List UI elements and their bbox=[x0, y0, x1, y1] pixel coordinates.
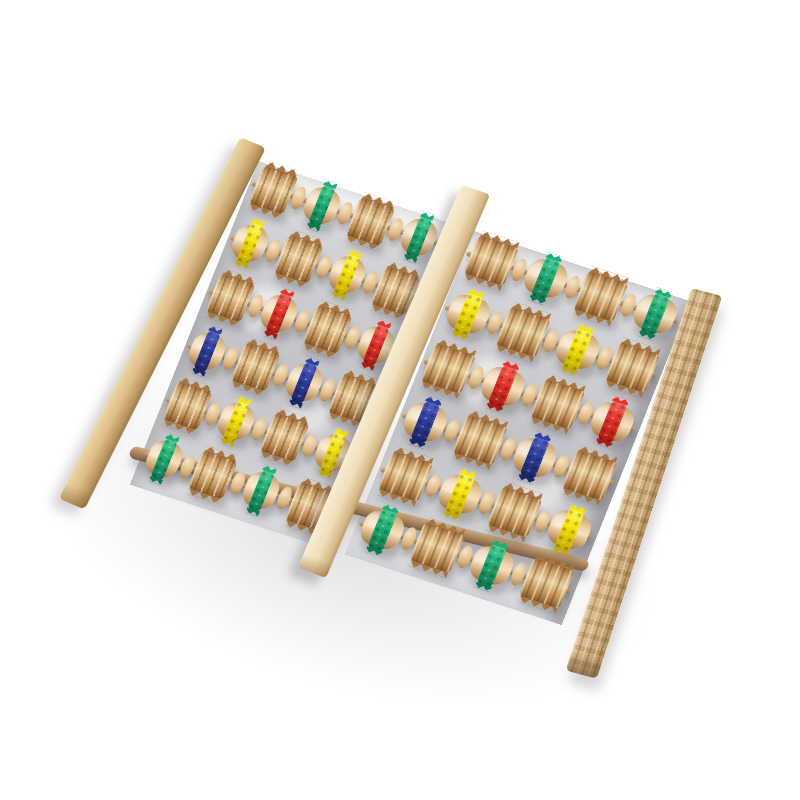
gear-teeth bbox=[589, 266, 629, 284]
ring-spikes bbox=[262, 465, 277, 475]
ring-spikes bbox=[246, 507, 261, 517]
yellow-spiky-ring bbox=[236, 222, 264, 264]
ridged-wood-roller bbox=[561, 449, 618, 501]
ridged-wood-roller bbox=[259, 412, 309, 462]
wood-barrel-roller bbox=[466, 543, 517, 589]
ring-spikes bbox=[280, 288, 295, 298]
red-spiky-ring bbox=[597, 400, 627, 443]
ring-spikes bbox=[491, 539, 508, 549]
ring-spikes bbox=[546, 252, 563, 262]
ridged-wood-roller bbox=[518, 557, 575, 609]
wood-barrel-roller bbox=[544, 507, 595, 553]
ring-spikes bbox=[149, 475, 164, 485]
ring-spikes bbox=[382, 504, 399, 514]
green-spiky-ring bbox=[405, 216, 433, 258]
ring-spikes bbox=[334, 427, 349, 437]
ring-spikes bbox=[451, 330, 468, 340]
ring-spikes bbox=[638, 330, 655, 340]
ring-spikes bbox=[305, 357, 320, 367]
ridged-wood-roller bbox=[377, 450, 434, 502]
product-photo-stage bbox=[0, 0, 800, 800]
wood-barrel-roller bbox=[552, 327, 603, 373]
ridged-wood-roller bbox=[248, 165, 298, 215]
yellow-spiky-ring bbox=[562, 328, 592, 371]
ridged-wood-roller bbox=[529, 378, 586, 430]
red-spiky-ring bbox=[265, 292, 293, 334]
blue-spiky-ring bbox=[290, 362, 318, 404]
yellow-spiky-ring bbox=[453, 293, 483, 336]
ring-spikes bbox=[655, 288, 672, 298]
wood-barrel-roller bbox=[630, 291, 681, 337]
ridged-wood-roller bbox=[463, 235, 520, 287]
ring-spikes bbox=[331, 291, 346, 301]
yellow-spiky-ring bbox=[445, 473, 475, 516]
green-spiky-ring bbox=[150, 438, 178, 480]
ring-spikes bbox=[569, 504, 586, 514]
ridged-wood-roller bbox=[302, 304, 352, 354]
ring-spikes bbox=[443, 510, 460, 520]
ring-spikes bbox=[237, 396, 252, 406]
blue-spiky-ring bbox=[519, 436, 549, 479]
ridged-wood-roller bbox=[162, 380, 212, 430]
wood-barrel-roller bbox=[400, 399, 451, 445]
yellow-spiky-ring bbox=[554, 508, 584, 551]
ridged-wood-roller bbox=[451, 414, 508, 466]
gear-teeth bbox=[362, 192, 395, 208]
wood-barrel-roller bbox=[357, 507, 408, 553]
ring-spikes bbox=[577, 323, 594, 333]
wood-barrel-roller bbox=[587, 399, 638, 445]
ring-spikes bbox=[596, 438, 613, 448]
ring-spikes bbox=[348, 249, 363, 259]
yellow-spiky-ring bbox=[222, 400, 250, 442]
ridged-wood-roller bbox=[572, 270, 629, 322]
yellow-spiky-ring bbox=[333, 254, 361, 296]
ridged-wood-roller bbox=[205, 273, 255, 323]
ring-spikes bbox=[234, 259, 249, 269]
ring-spikes bbox=[192, 367, 207, 377]
ring-spikes bbox=[377, 319, 392, 329]
red-spiky-ring bbox=[488, 365, 518, 408]
ridged-wood-roller bbox=[604, 341, 661, 393]
blue-spiky-ring bbox=[193, 330, 221, 372]
ring-spikes bbox=[323, 180, 338, 190]
wood-barrel-roller bbox=[478, 364, 529, 410]
ring-spikes bbox=[553, 546, 570, 556]
ring-spikes bbox=[263, 330, 278, 340]
green-spiky-ring bbox=[640, 293, 670, 336]
ring-spikes bbox=[208, 325, 223, 335]
ring-spikes bbox=[468, 288, 485, 298]
ring-spikes bbox=[475, 581, 492, 591]
ring-spikes bbox=[251, 218, 266, 228]
ridged-wood-roller bbox=[420, 342, 477, 394]
ring-spikes bbox=[529, 294, 546, 304]
green-spiky-ring bbox=[247, 469, 275, 511]
wood-barrel-roller bbox=[521, 256, 572, 302]
ridged-wood-roller bbox=[409, 521, 466, 573]
wood-barrel-roller bbox=[509, 435, 560, 481]
ring-spikes bbox=[486, 402, 503, 412]
ridged-wood-roller bbox=[494, 306, 551, 358]
green-spiky-ring bbox=[531, 257, 561, 300]
gear-teeth bbox=[480, 231, 520, 249]
green-spiky-ring bbox=[308, 185, 336, 227]
ring-spikes bbox=[560, 365, 577, 375]
wood-barrel-roller bbox=[435, 471, 486, 517]
ring-spikes bbox=[420, 211, 435, 221]
wood-barrel-roller bbox=[443, 291, 494, 337]
ring-spikes bbox=[317, 469, 332, 479]
ring-spikes bbox=[289, 399, 304, 409]
blue-spiky-ring bbox=[410, 400, 440, 443]
gear-teeth bbox=[265, 161, 298, 177]
ring-spikes bbox=[460, 468, 477, 478]
ring-spikes bbox=[306, 222, 321, 232]
ring-spikes bbox=[360, 361, 375, 371]
ring-spikes bbox=[503, 360, 520, 370]
green-spiky-ring bbox=[367, 508, 397, 551]
ring-spikes bbox=[165, 433, 180, 443]
ring-spikes bbox=[403, 253, 418, 263]
ring-spikes bbox=[425, 396, 442, 406]
ring-spikes bbox=[220, 437, 235, 447]
ring-spikes bbox=[534, 431, 551, 441]
ridged-wood-roller bbox=[486, 486, 543, 538]
ring-spikes bbox=[612, 396, 629, 406]
ridged-wood-roller bbox=[345, 196, 395, 246]
ring-spikes bbox=[518, 473, 535, 483]
ring-spikes bbox=[365, 546, 382, 556]
green-spiky-ring bbox=[476, 544, 506, 587]
ring-spikes bbox=[408, 438, 425, 448]
